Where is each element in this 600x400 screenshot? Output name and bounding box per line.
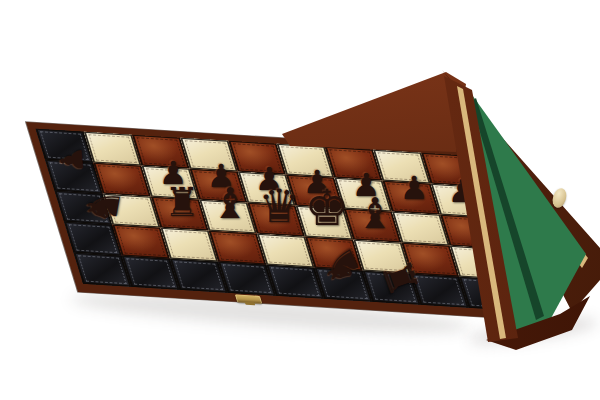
chess-piece-rook[interactable]: ♜ xyxy=(164,182,200,222)
chess-piece-bishop[interactable]: ♝ xyxy=(211,183,249,225)
chess-piece-knight-fallen[interactable]: ♞ xyxy=(315,240,369,292)
chess-piece-pawn-fallen[interactable]: ♟ xyxy=(56,145,88,174)
photo-canvas: ♟♟♟♟♟♟♟♟♞♜♝♛♚♝♞♜ xyxy=(0,0,600,400)
chess-piece-bishop[interactable]: ♝ xyxy=(356,193,394,235)
chess-piece-knight-fallen[interactable]: ♞ xyxy=(80,184,128,228)
chess-piece-queen[interactable]: ♛ xyxy=(258,183,299,229)
chess-piece-king[interactable]: ♚ xyxy=(305,183,350,233)
chess-piece-rook-fallen[interactable]: ♜ xyxy=(375,254,425,301)
chess-piece-pawn[interactable]: ♟ xyxy=(400,172,429,204)
